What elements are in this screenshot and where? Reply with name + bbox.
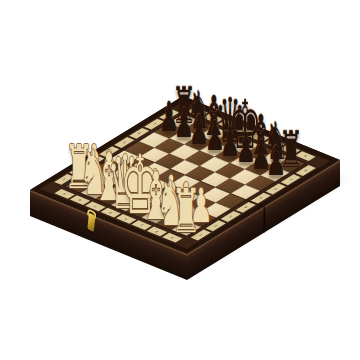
fold-seam-edge <box>264 206 266 233</box>
piece-black-pawn-h7[interactable]: ♟ <box>266 141 286 182</box>
product-photo-scene: abcdefgh abcdefgh 87654321 87654321 ♜♞♝♛… <box>0 0 360 360</box>
piece-white-rook-h1[interactable]: ♜ <box>172 181 202 241</box>
